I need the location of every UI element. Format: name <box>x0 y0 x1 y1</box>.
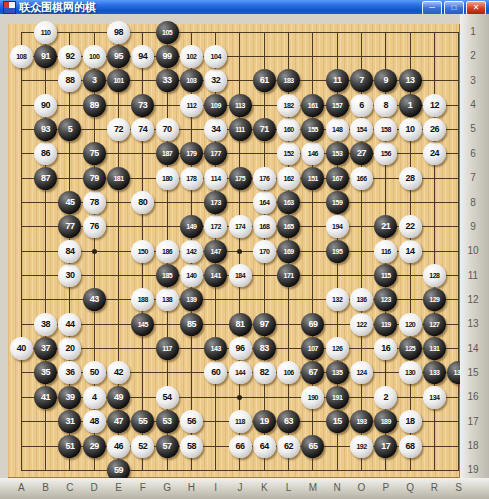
white-stone-138: 138 <box>156 288 179 311</box>
black-stone-89: 89 <box>83 94 106 117</box>
row-label-12: 12 <box>460 294 486 305</box>
white-stone-70: 70 <box>156 118 179 141</box>
black-stone-195: 195 <box>326 240 349 263</box>
white-stone-48: 48 <box>83 410 106 433</box>
column-label-K: K <box>254 482 274 493</box>
black-stone-49: 49 <box>107 386 130 409</box>
row-label-19: 19 <box>460 464 486 475</box>
white-stone-126: 126 <box>326 337 349 360</box>
black-stone-151: 151 <box>301 167 324 190</box>
white-stone-112: 112 <box>180 94 203 117</box>
column-label-E: E <box>109 482 129 493</box>
black-stone-41: 41 <box>34 386 57 409</box>
white-stone-64: 64 <box>253 435 276 458</box>
black-stone-117: 117 <box>156 337 179 360</box>
white-stone-44: 44 <box>58 313 81 336</box>
white-stone-98: 98 <box>107 21 130 44</box>
black-stone-105: 105 <box>156 21 179 44</box>
black-stone-147: 147 <box>204 240 227 263</box>
white-stone-8: 8 <box>374 94 397 117</box>
white-stone-38: 38 <box>34 313 57 336</box>
white-stone-46: 46 <box>107 435 130 458</box>
white-stone-140: 140 <box>180 264 203 287</box>
black-stone-43: 43 <box>83 288 106 311</box>
column-coordinates: ABCDEFGHIJKLMNOPQRS <box>0 478 489 499</box>
row-label-13: 13 <box>460 318 486 329</box>
row-label-5: 5 <box>460 123 486 134</box>
black-stone-185: 185 <box>156 264 179 287</box>
white-stone-68: 68 <box>399 435 422 458</box>
white-stone-108: 108 <box>10 45 33 68</box>
white-stone-184: 184 <box>229 264 252 287</box>
row-label-17: 17 <box>460 416 486 427</box>
row-label-14: 14 <box>460 343 486 354</box>
black-stone-111: 111 <box>229 118 252 141</box>
black-stone-11: 11 <box>326 69 349 92</box>
black-stone-125: 125 <box>399 337 422 360</box>
white-stone-174: 174 <box>229 215 252 238</box>
black-stone-61: 61 <box>253 69 276 92</box>
column-label-G: G <box>157 482 177 493</box>
white-stone-132: 132 <box>326 288 349 311</box>
white-stone-176: 176 <box>253 167 276 190</box>
white-stone-76: 76 <box>83 215 106 238</box>
black-stone-79: 79 <box>83 167 106 190</box>
star-point <box>237 395 242 400</box>
white-stone-166: 166 <box>350 167 373 190</box>
black-stone-109: 109 <box>204 94 227 117</box>
white-stone-50: 50 <box>83 361 106 384</box>
black-stone-187: 187 <box>156 142 179 165</box>
black-stone-153: 153 <box>326 142 349 165</box>
black-stone-191: 191 <box>326 386 349 409</box>
black-stone-161: 161 <box>301 94 324 117</box>
column-label-R: R <box>424 482 444 493</box>
star-point <box>237 249 242 254</box>
white-stone-18: 18 <box>399 410 422 433</box>
white-stone-148: 148 <box>326 118 349 141</box>
black-stone-65: 65 <box>301 435 324 458</box>
column-label-D: D <box>84 482 104 493</box>
white-stone-180: 180 <box>156 167 179 190</box>
white-stone-118: 118 <box>229 410 252 433</box>
window-title: 联众围棋网的棋 <box>19 0 96 14</box>
column-label-J: J <box>230 482 250 493</box>
black-stone-193: 193 <box>350 410 373 433</box>
black-stone-131: 131 <box>423 337 446 360</box>
white-stone-6: 6 <box>350 94 373 117</box>
app-icon <box>3 1 16 14</box>
white-stone-120: 120 <box>399 313 422 336</box>
maximize-button[interactable]: □ <box>444 1 464 14</box>
white-stone-164: 164 <box>253 191 276 214</box>
black-stone-93: 93 <box>34 118 57 141</box>
black-stone-171: 171 <box>277 264 300 287</box>
white-stone-160: 160 <box>277 118 300 141</box>
column-label-Q: Q <box>400 482 420 493</box>
column-label-B: B <box>36 482 56 493</box>
black-stone-159: 159 <box>326 191 349 214</box>
white-stone-22: 22 <box>399 215 422 238</box>
row-label-1: 1 <box>460 26 486 37</box>
white-stone-182: 182 <box>277 94 300 117</box>
black-stone-91: 91 <box>34 45 57 68</box>
white-stone-110: 110 <box>34 21 57 44</box>
close-button[interactable]: ✕ <box>466 1 486 14</box>
black-stone-1: 1 <box>399 94 422 117</box>
black-stone-127: 127 <box>423 313 446 336</box>
white-stone-144: 144 <box>229 361 252 384</box>
white-stone-34: 34 <box>204 118 227 141</box>
column-label-C: C <box>60 482 80 493</box>
window-controls: ─ □ ✕ <box>422 1 486 14</box>
white-stone-56: 56 <box>180 410 203 433</box>
black-stone-69: 69 <box>301 313 324 336</box>
black-stone-81: 81 <box>229 313 252 336</box>
black-stone-53: 53 <box>156 410 179 433</box>
black-stone-145: 145 <box>131 313 154 336</box>
white-stone-96: 96 <box>229 337 252 360</box>
white-stone-128: 128 <box>423 264 446 287</box>
white-stone-72: 72 <box>107 118 130 141</box>
black-stone-167: 167 <box>326 167 349 190</box>
white-stone-54: 54 <box>156 386 179 409</box>
row-label-18: 18 <box>460 440 486 451</box>
column-label-F: F <box>133 482 153 493</box>
title-bar: 联众围棋网的棋 ─ □ ✕ <box>0 0 489 14</box>
black-stone-113: 113 <box>229 94 252 117</box>
black-stone-169: 169 <box>277 240 300 263</box>
white-stone-104: 104 <box>204 45 227 68</box>
white-stone-162: 162 <box>277 167 300 190</box>
black-stone-119: 119 <box>374 313 397 336</box>
white-stone-192: 192 <box>350 435 373 458</box>
black-stone-73: 73 <box>131 94 154 117</box>
white-stone-194: 194 <box>326 215 349 238</box>
column-label-P: P <box>376 482 396 493</box>
black-stone-29: 29 <box>83 435 106 458</box>
white-stone-78: 78 <box>83 191 106 214</box>
column-label-L: L <box>279 482 299 493</box>
white-stone-134: 134 <box>423 386 446 409</box>
white-stone-154: 154 <box>350 118 373 141</box>
column-label-N: N <box>327 482 347 493</box>
white-stone-186: 186 <box>156 240 179 263</box>
column-label-S: S <box>449 482 469 493</box>
column-label-I: I <box>206 482 226 493</box>
black-stone-51: 51 <box>58 435 81 458</box>
row-label-16: 16 <box>460 391 486 402</box>
black-stone-87: 87 <box>34 167 57 190</box>
minimize-button[interactable]: ─ <box>422 1 442 14</box>
star-point <box>92 249 97 254</box>
row-label-15: 15 <box>460 367 486 378</box>
black-stone-135: 135 <box>326 361 349 384</box>
white-stone-14: 14 <box>399 240 422 263</box>
white-stone-28: 28 <box>399 167 422 190</box>
row-label-8: 8 <box>460 197 486 208</box>
white-stone-130: 130 <box>399 361 422 384</box>
black-stone-15: 15 <box>326 410 349 433</box>
black-stone-157: 157 <box>326 94 349 117</box>
white-stone-26: 26 <box>423 118 446 141</box>
row-label-4: 4 <box>460 99 486 110</box>
black-stone-175: 175 <box>229 167 252 190</box>
white-stone-116: 116 <box>374 240 397 263</box>
black-stone-181: 181 <box>107 167 130 190</box>
white-stone-2: 2 <box>374 386 397 409</box>
column-label-H: H <box>181 482 201 493</box>
black-stone-3: 3 <box>83 69 106 92</box>
white-stone-100: 100 <box>83 45 106 68</box>
black-stone-75: 75 <box>83 142 106 165</box>
row-label-2: 2 <box>460 50 486 61</box>
black-stone-17: 17 <box>374 435 397 458</box>
black-stone-13: 13 <box>399 69 422 92</box>
white-stone-62: 62 <box>277 435 300 458</box>
white-stone-4: 4 <box>83 386 106 409</box>
white-stone-84: 84 <box>58 240 81 263</box>
black-stone-97: 97 <box>253 313 276 336</box>
white-stone-40: 40 <box>10 337 33 360</box>
row-coordinates: 12345678910111213141516171819 <box>460 14 489 478</box>
black-stone-99: 99 <box>156 45 179 68</box>
column-label-O: O <box>352 482 372 493</box>
white-stone-168: 168 <box>253 215 276 238</box>
column-label-M: M <box>303 482 323 493</box>
go-board[interactable]: 1234567891011121314151617181920212224262… <box>8 24 460 478</box>
black-stone-47: 47 <box>107 410 130 433</box>
white-stone-122: 122 <box>350 313 373 336</box>
black-stone-103: 103 <box>180 69 203 92</box>
black-stone-71: 71 <box>253 118 276 141</box>
white-stone-102: 102 <box>180 45 203 68</box>
row-label-10: 10 <box>460 245 486 256</box>
go-app-window: 联众围棋网的棋 ─ □ ✕ 12345678910111213141516171… <box>0 0 489 499</box>
white-stone-170: 170 <box>253 240 276 263</box>
white-stone-12: 12 <box>423 94 446 117</box>
white-stone-90: 90 <box>34 94 57 117</box>
white-stone-178: 178 <box>180 167 203 190</box>
row-label-6: 6 <box>460 148 486 159</box>
black-stone-85: 85 <box>180 313 203 336</box>
row-label-9: 9 <box>460 221 486 232</box>
black-stone-19: 19 <box>253 410 276 433</box>
black-stone-163: 163 <box>277 191 300 214</box>
black-stone-57: 57 <box>156 435 179 458</box>
row-label-3: 3 <box>460 75 486 86</box>
black-stone-95: 95 <box>107 45 130 68</box>
white-stone-58: 58 <box>180 435 203 458</box>
white-stone-150: 150 <box>131 240 154 263</box>
row-label-7: 7 <box>460 172 486 183</box>
white-stone-52: 52 <box>131 435 154 458</box>
black-stone-33: 33 <box>156 69 179 92</box>
white-stone-142: 142 <box>180 240 203 263</box>
white-stone-66: 66 <box>229 435 252 458</box>
column-label-A: A <box>11 482 31 493</box>
white-stone-10: 10 <box>399 118 422 141</box>
row-label-11: 11 <box>460 270 486 281</box>
white-stone-114: 114 <box>204 167 227 190</box>
black-stone-83: 83 <box>253 337 276 360</box>
